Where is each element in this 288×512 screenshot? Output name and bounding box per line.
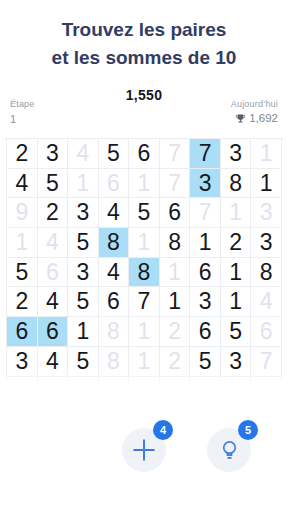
grid-cell-r8c5: 1 [129,347,159,376]
grid-cell-r7c9: 6 [251,317,281,346]
grid-cell-r8c7[interactable]: 5 [190,347,220,376]
grid-cell-r5c2: 6 [38,258,68,287]
grid-cell-r3c6[interactable]: 6 [160,198,190,227]
grid-cell-r1c1[interactable]: 2 [7,139,37,168]
stage-panel: Étape 1 [10,99,35,125]
grid-cell-r8c6: 2 [160,347,190,376]
grid-cell-r6c2[interactable]: 4 [38,287,68,316]
grid-cell-r4c3[interactable]: 5 [68,228,98,257]
grid-cell-empty [68,377,98,389]
grid-cell-empty [7,377,37,389]
grid-cell-r4c1: 1 [7,228,37,257]
grid-cell-r7c5: 1 [129,317,159,346]
grid-cell-r8c3[interactable]: 5 [68,347,98,376]
grid-cell-r1c4[interactable]: 5 [99,139,129,168]
grid-cell-r5c3[interactable]: 3 [68,258,98,287]
lightbulb-icon [218,439,241,462]
grid-cell-r1c8[interactable]: 3 [221,139,251,168]
board-wrapper: 2345677314516173819234567131458181235634… [6,138,282,389]
grid-cell-r1c5[interactable]: 6 [129,139,159,168]
grid-cell-r6c7[interactable]: 3 [190,287,220,316]
hint-badge: 5 [238,420,258,440]
grid-cell-r4c7[interactable]: 1 [190,228,220,257]
stage-label: Étape [10,99,35,109]
grid-cell-r2c6: 7 [160,169,190,198]
plus-icon [132,438,156,462]
grid-cell-r4c4[interactable]: 8 [99,228,129,257]
grid-cell-empty [38,377,68,389]
grid-cell-r2c4: 6 [99,169,129,198]
grid-cell-r8c1[interactable]: 3 [7,347,37,376]
today-value: 1,692 [249,112,278,124]
add-rows-badge: 4 [153,420,173,440]
grid-cell-empty [160,377,190,389]
grid-cell-r5c7[interactable]: 6 [190,258,220,287]
grid-cell-r8c9: 7 [251,347,281,376]
grid-cell-r1c2[interactable]: 3 [38,139,68,168]
grid-cell-r2c2[interactable]: 5 [38,169,68,198]
grid-cell-r8c2[interactable]: 4 [38,347,68,376]
grid-cell-r3c2[interactable]: 2 [38,198,68,227]
grid-cell-r3c7: 7 [190,198,220,227]
grid-cell-r3c8: 1 [221,198,251,227]
today-score-row: 1,692 [231,112,278,124]
grid-cell-empty [129,377,159,389]
grid-cell-r3c9: 3 [251,198,281,227]
grid-cell-r3c5[interactable]: 5 [129,198,159,227]
grid-cell-r2c5: 1 [129,169,159,198]
grid-cell-r3c4[interactable]: 4 [99,198,129,227]
grid-cell-r8c8[interactable]: 3 [221,347,251,376]
grid-cell-r1c9: 1 [251,139,281,168]
page-title: Trouvez les paires et les sommes de 10 [0,16,288,72]
grid-cell-r7c3[interactable]: 1 [68,317,98,346]
today-panel: Aujourd’hui 1,692 [231,99,278,124]
hint-button[interactable]: 5 [207,428,251,472]
grid-cell-r5c8[interactable]: 1 [221,258,251,287]
game-board: 2345677314516173819234567131458181235634… [6,138,282,389]
title-line-1: Trouvez les paires [0,16,288,44]
grid-cell-r4c6[interactable]: 8 [160,228,190,257]
grid-cell-r6c4[interactable]: 6 [99,287,129,316]
grid-cell-empty [99,377,129,389]
grid-cell-r2c7[interactable]: 3 [190,169,220,198]
grid-cell-r1c7[interactable]: 7 [190,139,220,168]
trophy-icon [235,113,246,124]
grid-cell-r5c9[interactable]: 8 [251,258,281,287]
grid-cell-r6c9: 4 [251,287,281,316]
grid-cell-r6c8[interactable]: 1 [221,287,251,316]
grid-cell-empty [221,377,251,389]
grid-cell-r1c6: 7 [160,139,190,168]
grid-cell-r7c2[interactable]: 6 [38,317,68,346]
grid-cell-r7c7[interactable]: 6 [190,317,220,346]
grid-cell-r4c2: 4 [38,228,68,257]
stage-value: 1 [10,113,35,125]
grid-cell-r6c1[interactable]: 2 [7,287,37,316]
add-rows-button[interactable]: 4 [122,428,166,472]
grid-cell-empty [251,377,281,389]
grid-cell-r5c4[interactable]: 4 [99,258,129,287]
grid-cell-empty [190,377,220,389]
grid-cell-r4c8[interactable]: 2 [221,228,251,257]
grid-cell-r3c3[interactable]: 3 [68,198,98,227]
grid-cell-r2c3: 1 [68,169,98,198]
grid-cell-r2c8[interactable]: 8 [221,169,251,198]
grid-cell-r4c9[interactable]: 3 [251,228,281,257]
grid-cell-r2c1[interactable]: 4 [7,169,37,198]
grid-cell-r1c3: 4 [68,139,98,168]
grid-cell-r3c1: 9 [7,198,37,227]
grid-cell-r6c5[interactable]: 7 [129,287,159,316]
app-screen: Trouvez les paires et les sommes de 10 1… [0,0,288,512]
today-label: Aujourd’hui [231,99,278,109]
grid-cell-r2c9[interactable]: 1 [251,169,281,198]
grid-cell-r7c8[interactable]: 5 [221,317,251,346]
grid-cell-r6c3[interactable]: 5 [68,287,98,316]
grid-cell-r5c1[interactable]: 5 [7,258,37,287]
grid-cell-r4c5: 1 [129,228,159,257]
grid-cell-r6c6[interactable]: 1 [160,287,190,316]
grid-cell-r5c5[interactable]: 8 [129,258,159,287]
grid-cell-r7c4: 8 [99,317,129,346]
grid-cell-r8c4: 8 [99,347,129,376]
grid-cell-r7c6: 2 [160,317,190,346]
title-line-2: et les sommes de 10 [0,44,288,72]
grid-cell-r5c6: 1 [160,258,190,287]
grid-cell-r7c1[interactable]: 6 [7,317,37,346]
